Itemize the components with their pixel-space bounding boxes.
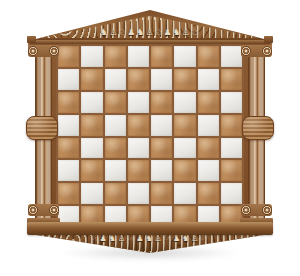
square[interactable] <box>105 138 126 159</box>
right-column-carved-ring <box>242 116 274 140</box>
top-frieze-relief: ♞♙♘♟♞♙♘♟♞♙♘ <box>38 28 262 37</box>
square[interactable] <box>198 183 219 204</box>
top-pediment: ♞♙♘♟♞♙♘♟♞♙♘ <box>28 10 272 41</box>
square[interactable] <box>81 138 102 159</box>
square[interactable] <box>221 46 242 67</box>
right-column <box>243 40 270 232</box>
square[interactable] <box>174 160 195 181</box>
volute-icon <box>241 205 251 215</box>
square[interactable] <box>174 46 195 67</box>
square[interactable] <box>58 138 79 159</box>
entablature-molding <box>30 40 270 44</box>
square[interactable] <box>151 69 172 90</box>
square[interactable] <box>151 138 172 159</box>
square[interactable] <box>128 115 149 136</box>
square[interactable] <box>81 183 102 204</box>
square[interactable] <box>198 160 219 181</box>
square[interactable] <box>198 69 219 90</box>
square[interactable] <box>221 183 242 204</box>
left-column-shaft <box>35 56 52 224</box>
bottom-frieze-relief: ♘♟♞♙♘♟♞♙♘♟♞♙♘ <box>30 235 270 243</box>
square[interactable] <box>198 115 219 136</box>
square[interactable] <box>128 138 149 159</box>
chess-board-photo: ♞♙♘♟♞♙♘♟♞♙♘ <box>0 0 300 276</box>
square[interactable] <box>198 138 219 159</box>
volute-icon <box>241 46 251 56</box>
square[interactable] <box>58 183 79 204</box>
square[interactable] <box>151 160 172 181</box>
square[interactable] <box>81 92 102 113</box>
square[interactable] <box>221 92 242 113</box>
base-volutes <box>28 204 59 216</box>
left-column <box>30 40 57 232</box>
square[interactable] <box>174 183 195 204</box>
square[interactable] <box>128 92 149 113</box>
square[interactable] <box>81 115 102 136</box>
left-column-carved-ring <box>26 116 58 140</box>
square[interactable] <box>221 69 242 90</box>
volute-icon <box>49 46 59 56</box>
square[interactable] <box>105 115 126 136</box>
square[interactable] <box>128 69 149 90</box>
square[interactable] <box>58 69 79 90</box>
square[interactable] <box>174 69 195 90</box>
base-volutes <box>241 204 272 216</box>
square[interactable] <box>58 160 79 181</box>
square[interactable] <box>221 160 242 181</box>
chess-board <box>56 44 244 229</box>
square[interactable] <box>105 92 126 113</box>
square[interactable] <box>58 92 79 113</box>
square[interactable] <box>81 69 102 90</box>
square[interactable] <box>174 138 195 159</box>
square[interactable] <box>58 46 79 67</box>
square[interactable] <box>105 183 126 204</box>
square[interactable] <box>81 160 102 181</box>
square[interactable] <box>221 115 242 136</box>
square[interactable] <box>128 183 149 204</box>
volute-icon <box>49 205 59 215</box>
square[interactable] <box>151 92 172 113</box>
square[interactable] <box>151 46 172 67</box>
square[interactable] <box>198 46 219 67</box>
base-ledge <box>27 222 273 235</box>
volute-icon <box>262 205 272 215</box>
square[interactable] <box>151 115 172 136</box>
right-column-shaft <box>248 56 265 224</box>
square[interactable] <box>105 69 126 90</box>
capital-volutes <box>28 45 59 57</box>
square[interactable] <box>128 46 149 67</box>
top-pediment-tympanum: ♞♙♘♟♞♙♘♟♞♙♘ <box>38 16 262 38</box>
square[interactable] <box>128 160 149 181</box>
cornice-return-left <box>27 36 36 43</box>
square[interactable] <box>198 92 219 113</box>
square[interactable] <box>174 92 195 113</box>
capital-volutes <box>241 45 272 57</box>
volute-icon <box>262 46 272 56</box>
square[interactable] <box>58 115 79 136</box>
square[interactable] <box>174 115 195 136</box>
cornice-return-right <box>264 36 273 43</box>
volute-icon <box>28 46 38 56</box>
square[interactable] <box>105 46 126 67</box>
square[interactable] <box>81 46 102 67</box>
square[interactable] <box>105 160 126 181</box>
square[interactable] <box>151 183 172 204</box>
square[interactable] <box>221 138 242 159</box>
volute-icon <box>28 205 38 215</box>
